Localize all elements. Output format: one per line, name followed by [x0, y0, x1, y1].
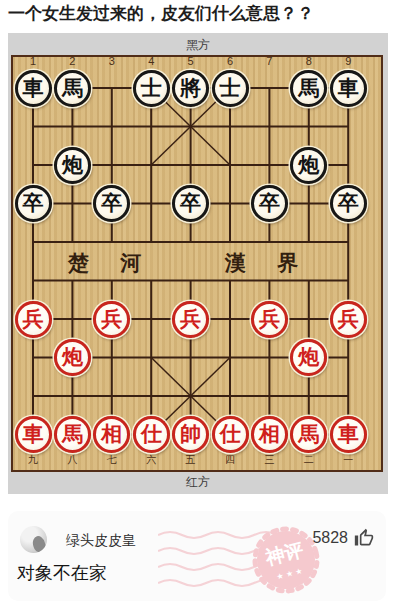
comment-card: 绿头皮皮皇 神评 ★ ★ ★ 5828 对象不在家	[8, 511, 386, 601]
piece-black-卒: 卒	[330, 185, 367, 222]
piece-red-仕: 仕	[212, 416, 249, 453]
file-number-bottom: 九	[21, 453, 45, 467]
black-side-label: 黑方	[8, 37, 388, 54]
piece-black-馬: 馬	[290, 70, 327, 107]
piece-red-兵: 兵	[172, 301, 209, 338]
file-number-top: 6	[218, 55, 242, 67]
piece-black-士: 士	[212, 70, 249, 107]
post-title: 一个女生发过来的，皮友们什么意思？？	[8, 3, 388, 25]
piece-red-兵: 兵	[93, 301, 130, 338]
piece-red-車: 車	[15, 416, 52, 453]
piece-red-帥: 帥	[172, 416, 209, 453]
post-page: 一个女生发过来的，皮友们什么意思？？ 黑方 楚 河 漢 界 123456789九…	[0, 0, 394, 601]
piece-red-兵: 兵	[251, 301, 288, 338]
file-number-bottom: 五	[179, 453, 203, 467]
commenter-avatar[interactable]	[20, 526, 47, 553]
piece-black-馬: 馬	[54, 70, 91, 107]
piece-black-士: 士	[133, 70, 170, 107]
piece-red-兵: 兵	[330, 301, 367, 338]
red-side-label: 红方	[8, 474, 388, 491]
file-number-bottom: 二	[297, 453, 321, 467]
comment-text: 对象不在家	[17, 561, 107, 585]
piece-black-將: 將	[172, 70, 209, 107]
piece-black-卒: 卒	[172, 185, 209, 222]
piece-red-兵: 兵	[15, 301, 52, 338]
piece-red-車: 車	[330, 416, 367, 453]
file-number-bottom: 八	[60, 453, 84, 467]
thumbs-up-icon	[354, 528, 374, 548]
piece-black-卒: 卒	[251, 185, 288, 222]
piece-black-炮: 炮	[290, 147, 327, 184]
file-number-top: 3	[100, 55, 124, 67]
file-number-bottom: 四	[218, 453, 242, 467]
file-number-top: 5	[179, 55, 203, 67]
commenter-username[interactable]: 绿头皮皮皇	[66, 532, 136, 550]
xiangqi-board: 楚 河 漢 界 123456789九八七六五四三二一車馬士將士馬車炮炮卒卒卒卒卒…	[11, 55, 383, 472]
file-number-top: 7	[257, 55, 281, 67]
like-button[interactable]: 5828	[312, 528, 374, 548]
piece-red-馬: 馬	[54, 416, 91, 453]
file-number-top: 2	[60, 55, 84, 67]
file-number-bottom: 三	[257, 453, 281, 467]
file-number-bottom: 七	[100, 453, 124, 467]
river-label-right: 漢 界	[225, 249, 311, 277]
file-number-bottom: 一	[336, 453, 360, 467]
file-number-bottom: 六	[139, 453, 163, 467]
piece-red-炮: 炮	[54, 339, 91, 376]
river-label-left: 楚 河	[68, 249, 154, 277]
piece-black-車: 車	[15, 70, 52, 107]
piece-black-炮: 炮	[54, 147, 91, 184]
piece-red-相: 相	[251, 416, 288, 453]
file-number-top: 8	[297, 55, 321, 67]
piece-red-仕: 仕	[133, 416, 170, 453]
board-image: 黑方 楚 河 漢 界 123456789九八七六五四三二一車馬士將士馬車炮炮卒卒…	[8, 33, 388, 494]
file-number-top: 1	[21, 55, 45, 67]
file-number-top: 9	[336, 55, 360, 67]
like-count: 5828	[312, 529, 348, 547]
file-number-top: 4	[139, 55, 163, 67]
svg-text:★ ★ ★: ★ ★ ★	[276, 566, 304, 581]
svg-text:神评: 神评	[262, 539, 305, 569]
piece-black-車: 車	[330, 70, 367, 107]
piece-black-卒: 卒	[15, 185, 52, 222]
